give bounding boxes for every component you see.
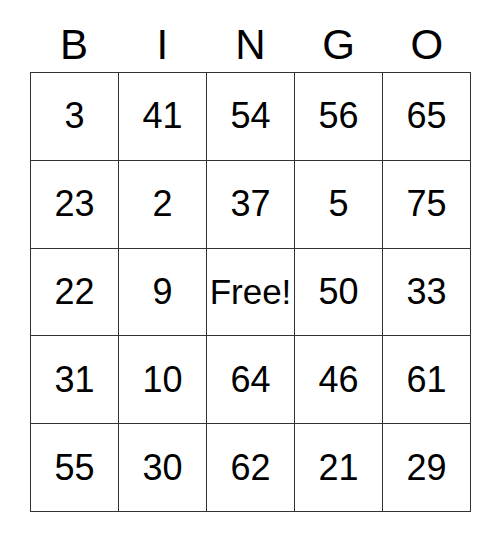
bingo-cell-r1c2[interactable]: 41 <box>119 73 207 161</box>
bingo-cell-r3c1[interactable]: 22 <box>31 249 119 337</box>
bingo-cell-r3c2[interactable]: 9 <box>119 249 207 337</box>
bingo-cell-r1c4[interactable]: 56 <box>295 73 383 161</box>
header-letter-o: O <box>383 24 471 72</box>
bingo-card: B I N G O 3 41 54 56 65 23 2 37 5 75 22 … <box>0 0 500 544</box>
bingo-board: 3 41 54 56 65 23 2 37 5 75 22 9 Free! 50… <box>30 72 471 512</box>
bingo-cell-r5c5[interactable]: 29 <box>383 424 471 512</box>
bingo-cell-r2c5[interactable]: 75 <box>383 161 471 249</box>
bingo-header-row: B I N G O <box>30 0 471 72</box>
header-letter-g: G <box>295 24 383 72</box>
bingo-cell-r4c1[interactable]: 31 <box>31 336 119 424</box>
bingo-cell-r1c5[interactable]: 65 <box>383 73 471 161</box>
bingo-cell-r4c5[interactable]: 61 <box>383 336 471 424</box>
bingo-cell-r2c3[interactable]: 37 <box>207 161 295 249</box>
header-letter-i: I <box>118 24 206 72</box>
bingo-cell-r5c3[interactable]: 62 <box>207 424 295 512</box>
header-letter-n: N <box>206 24 294 72</box>
bingo-cell-r2c4[interactable]: 5 <box>295 161 383 249</box>
bingo-cell-r4c2[interactable]: 10 <box>119 336 207 424</box>
bingo-cell-r3c5[interactable]: 33 <box>383 249 471 337</box>
bingo-cell-r2c2[interactable]: 2 <box>119 161 207 249</box>
bingo-cell-r3c4[interactable]: 50 <box>295 249 383 337</box>
bingo-cell-r4c4[interactable]: 46 <box>295 336 383 424</box>
bingo-cell-r2c1[interactable]: 23 <box>31 161 119 249</box>
bingo-cell-r1c1[interactable]: 3 <box>31 73 119 161</box>
bingo-cell-r5c4[interactable]: 21 <box>295 424 383 512</box>
bingo-cell-r1c3[interactable]: 54 <box>207 73 295 161</box>
free-cell[interactable]: Free! <box>207 249 295 337</box>
bingo-cell-r5c2[interactable]: 30 <box>119 424 207 512</box>
bingo-cell-r4c3[interactable]: 64 <box>207 336 295 424</box>
bingo-cell-r5c1[interactable]: 55 <box>31 424 119 512</box>
header-letter-b: B <box>30 24 118 72</box>
